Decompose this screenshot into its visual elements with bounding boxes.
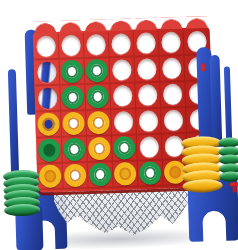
empty-hole bbox=[111, 33, 131, 55]
empty-hole bbox=[114, 111, 134, 133]
cell-r3c2 bbox=[60, 85, 86, 112]
cell-r1c6 bbox=[159, 30, 185, 57]
empty-hole bbox=[37, 61, 57, 83]
cell-r4c6 bbox=[161, 108, 187, 135]
cell-r1c2 bbox=[59, 33, 85, 60]
empty-hole bbox=[137, 58, 157, 80]
cell-r4c2 bbox=[61, 111, 87, 138]
empty-hole bbox=[161, 32, 181, 54]
right-leg-arch bbox=[202, 211, 226, 244]
disc-green bbox=[61, 86, 84, 110]
cell-r3c6 bbox=[160, 82, 186, 109]
disc-green bbox=[86, 59, 109, 83]
disc-green bbox=[61, 60, 84, 84]
empty-hole bbox=[61, 35, 81, 57]
disc-green bbox=[89, 163, 112, 187]
left-ring-post bbox=[8, 69, 19, 177]
cell-r4c1 bbox=[36, 112, 62, 139]
disc-yellow bbox=[87, 111, 110, 135]
cell-r5c5 bbox=[137, 135, 163, 162]
cell-r2c3 bbox=[85, 58, 111, 85]
ring-stacks bbox=[0, 0, 234, 4]
cell-r1c4 bbox=[109, 31, 135, 58]
cell-r2c2 bbox=[60, 59, 86, 86]
cell-r2c1 bbox=[35, 60, 61, 87]
disc-yellow bbox=[88, 137, 111, 161]
cell-r5c4 bbox=[112, 135, 138, 162]
cell-r1c3 bbox=[84, 32, 110, 59]
cell-r1c5 bbox=[134, 31, 160, 58]
right-ring-post bbox=[209, 55, 222, 147]
cell-r3c3 bbox=[85, 84, 111, 111]
cell-r3c1 bbox=[35, 86, 61, 113]
empty-hole bbox=[138, 84, 158, 106]
disc-yellow bbox=[37, 112, 60, 136]
disc-yellow bbox=[62, 112, 85, 136]
disc-green bbox=[38, 138, 61, 162]
cell-r2c4 bbox=[110, 57, 136, 84]
post-red-latch bbox=[201, 63, 205, 71]
disc-green bbox=[139, 161, 162, 185]
empty-hole bbox=[36, 35, 56, 57]
empty-hole bbox=[112, 59, 132, 81]
cell-r6c4 bbox=[113, 161, 139, 188]
empty-hole bbox=[139, 110, 159, 132]
cell-r6c2 bbox=[63, 163, 89, 190]
cell-r5c1 bbox=[37, 138, 63, 165]
disc-green bbox=[63, 138, 86, 162]
cell-r6c1 bbox=[38, 164, 64, 191]
cell-r2c5 bbox=[134, 57, 160, 84]
leg-red-handle-stem bbox=[233, 185, 237, 192]
disc-yellow bbox=[114, 162, 137, 186]
disc-green bbox=[113, 136, 136, 160]
cell-r6c3 bbox=[88, 162, 114, 189]
empty-hole bbox=[139, 136, 159, 158]
cell-r3c5 bbox=[135, 83, 161, 110]
cell-r1c1 bbox=[34, 34, 60, 61]
cell-r5c2 bbox=[62, 137, 88, 164]
cell-r4c5 bbox=[136, 109, 162, 136]
cell-r4c4 bbox=[111, 109, 137, 136]
empty-hole bbox=[86, 34, 106, 56]
empty-hole bbox=[113, 85, 133, 107]
disc-yellow bbox=[39, 164, 62, 188]
empty-hole bbox=[136, 32, 156, 54]
empty-hole bbox=[38, 87, 58, 109]
disc-yellow bbox=[64, 164, 87, 188]
cell-r6c5 bbox=[138, 161, 164, 188]
cell-r2c6 bbox=[159, 56, 185, 83]
connect-four-game-unit bbox=[0, 0, 238, 250]
empty-hole bbox=[162, 58, 182, 80]
cell-r4c3 bbox=[86, 110, 112, 137]
cell-r3c4 bbox=[110, 83, 136, 110]
disc-green bbox=[86, 85, 109, 109]
empty-hole bbox=[163, 83, 183, 105]
empty-hole bbox=[164, 109, 184, 131]
cell-r5c3 bbox=[87, 136, 113, 163]
